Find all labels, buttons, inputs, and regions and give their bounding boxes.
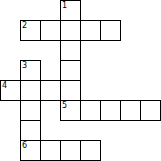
clue-number: 2 xyxy=(22,21,27,30)
grid-cell[interactable] xyxy=(80,140,101,161)
grid-cell[interactable] xyxy=(20,100,41,121)
grid-cell[interactable] xyxy=(20,120,41,141)
grid-cell[interactable] xyxy=(60,20,81,41)
grid-cell[interactable]: 6 xyxy=(20,140,41,161)
grid-cell[interactable] xyxy=(60,140,81,161)
grid-cell[interactable] xyxy=(80,20,101,41)
grid-cell[interactable] xyxy=(140,100,161,121)
clue-number: 5 xyxy=(62,101,67,110)
clue-number: 6 xyxy=(22,141,27,150)
clue-number: 4 xyxy=(2,81,7,90)
grid-cell[interactable] xyxy=(20,80,41,101)
grid-cell[interactable]: 1 xyxy=(60,0,81,21)
grid-cell[interactable] xyxy=(60,40,81,61)
grid-cell[interactable] xyxy=(40,80,61,101)
grid-cell[interactable] xyxy=(40,20,61,41)
grid-cell[interactable] xyxy=(100,20,121,41)
grid-cell[interactable]: 5 xyxy=(60,100,81,121)
grid-cell[interactable] xyxy=(120,100,141,121)
clue-number: 1 xyxy=(62,1,67,10)
grid-cell[interactable] xyxy=(100,100,121,121)
grid-cell[interactable] xyxy=(80,100,101,121)
grid-cell[interactable] xyxy=(60,60,81,81)
grid-cell[interactable] xyxy=(60,80,81,101)
clue-number: 3 xyxy=(22,61,27,70)
grid-cell[interactable]: 4 xyxy=(0,80,21,101)
crossword-grid: 123456 xyxy=(0,0,161,161)
grid-cell[interactable]: 2 xyxy=(20,20,41,41)
grid-cell[interactable] xyxy=(40,140,61,161)
grid-cell[interactable]: 3 xyxy=(20,60,41,81)
